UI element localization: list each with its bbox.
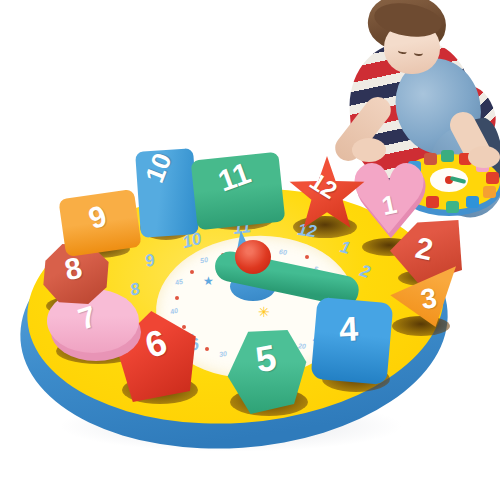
minute-dot (305, 255, 309, 259)
mini-block (466, 196, 479, 208)
center-knob (235, 240, 271, 274)
minute-numeral-50: 50 (200, 256, 209, 264)
minute-dot (190, 270, 194, 274)
block-10-crescent: 10 (135, 148, 199, 238)
block-4-number: 4 (338, 309, 359, 349)
block-2-number: 2 (413, 231, 436, 268)
product-photo: 1 2 3 4 5 6 7 8 9 10 11 12 5 10 15 20 25… (0, 0, 500, 500)
mini-block (486, 172, 499, 184)
block-9-number: 9 (84, 199, 110, 236)
block-8-number: 8 (62, 251, 85, 288)
block-9-square: 9 (58, 189, 141, 257)
block-4-square: 4 (311, 297, 394, 385)
block-10-number: 10 (139, 149, 178, 187)
block-6-number: 6 (140, 321, 172, 367)
star-decoration-icon (203, 274, 214, 288)
mini-block (446, 201, 459, 213)
minute-dot (205, 347, 209, 351)
block-11-rectangle: 11 (191, 152, 286, 231)
block-5-number: 5 (253, 337, 280, 382)
mini-block (441, 150, 454, 162)
minute-numeral-60: 60 (279, 248, 287, 256)
minute-dot (175, 296, 179, 300)
minute-numeral-20: 20 (298, 342, 306, 350)
mini-block (483, 186, 496, 198)
minute-numeral-30: 30 (219, 350, 228, 358)
sun-decoration-icon (258, 304, 270, 320)
hole-3 (392, 316, 450, 336)
child-right-hand (468, 146, 500, 168)
block-3-number: 3 (418, 282, 439, 316)
minute-dot (182, 325, 186, 329)
block-11-number: 11 (214, 156, 255, 199)
